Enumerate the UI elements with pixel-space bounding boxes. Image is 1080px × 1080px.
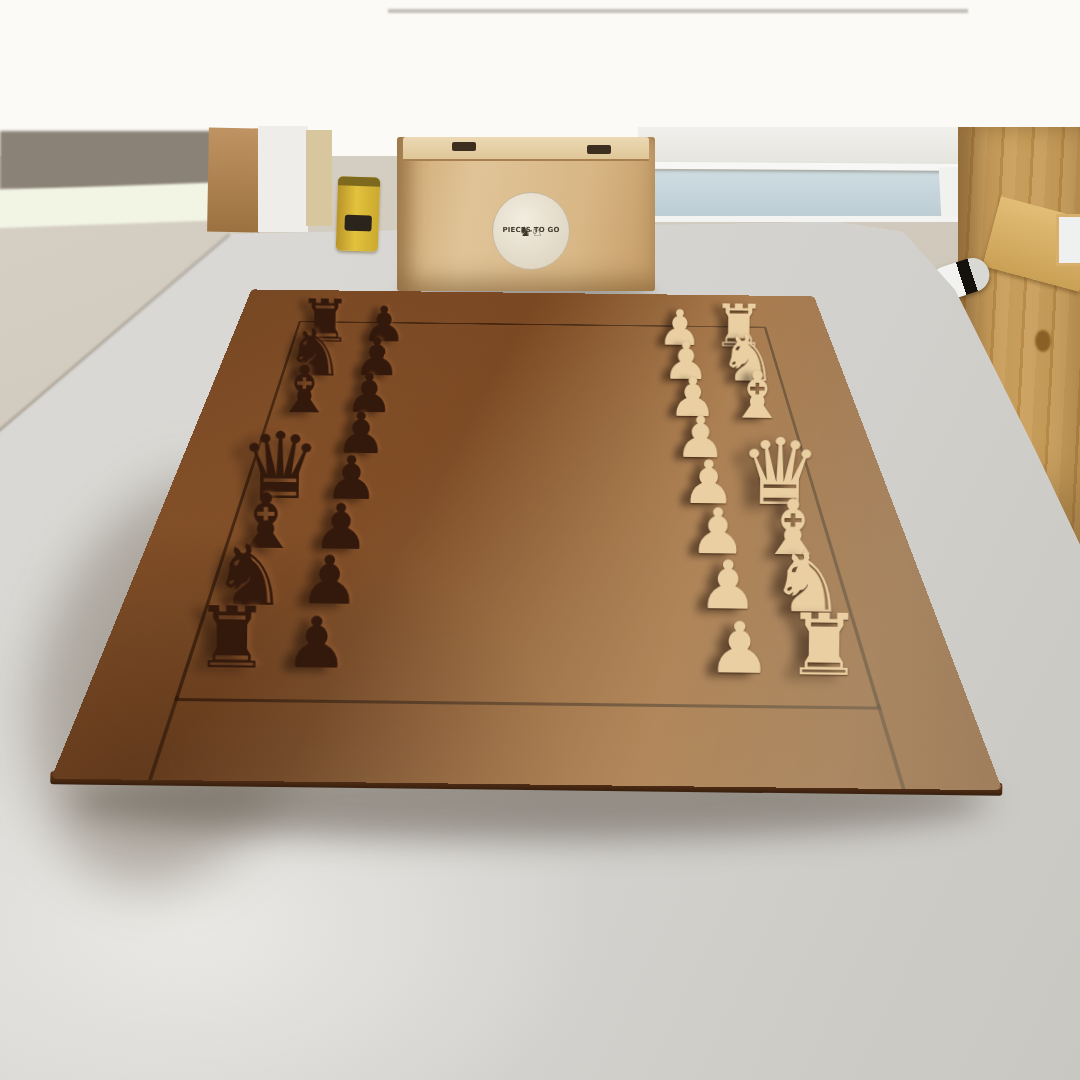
piece-white-rook-a1[interactable]: ♜ (786, 602, 863, 688)
piece-white-bishop-f1[interactable]: ♝ (728, 362, 787, 428)
piece-white-pawn-a2[interactable]: ♟ (707, 613, 772, 685)
piece-black-pawn-a7[interactable]: ♟ (284, 608, 349, 680)
photo-scene: ♞♘ PIECES TO GO • • • ♜♞♝♛♝♞♜♟♟♟♟♟♟♟♟♜♞♝… (0, 0, 1080, 1080)
board-group: ♜♞♝♛♝♞♜♟♟♟♟♟♟♟♟♜♞♝♛♝♞♜♟♟♟♟♟♟♟♟ (0, 0, 1080, 1080)
chessboard (51, 289, 1002, 790)
piece-black-rook-a8[interactable]: ♜ (193, 595, 270, 681)
frame-seam-left (147, 695, 178, 779)
frame-seam-right (876, 704, 905, 789)
